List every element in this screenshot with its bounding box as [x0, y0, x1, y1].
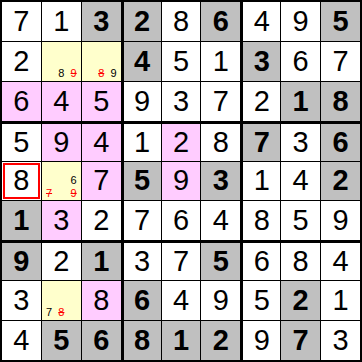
solved-digit: 7 — [93, 166, 109, 195]
cell-r6c9[interactable]: 9 — [321, 201, 360, 240]
solved-digit: 1 — [213, 47, 229, 76]
cell-r8c8[interactable]: 2 — [281, 281, 320, 320]
candidate-9: 9 — [107, 67, 119, 79]
candidate-8-eliminated: 8 — [95, 67, 107, 79]
solved-digit: 1 — [53, 7, 69, 36]
solved-digit: 9 — [254, 326, 270, 355]
cell-r8c4[interactable]: 6 — [122, 281, 161, 320]
cell-r1c6[interactable]: 6 — [201, 2, 240, 41]
cell-r7c1[interactable]: 9 — [2, 241, 41, 280]
cell-r5c3[interactable]: 7 — [82, 162, 121, 201]
cell-r6c2[interactable]: 3 — [42, 201, 81, 240]
given-digit: 7 — [254, 128, 270, 157]
solved-digit: 1 — [134, 128, 150, 157]
solved-digit: 9 — [53, 128, 69, 157]
given-digit: 2 — [332, 166, 348, 195]
cell-r4c3[interactable]: 4 — [82, 122, 121, 161]
cell-r8c2[interactable]: 78 — [42, 281, 81, 320]
cell-r1c9[interactable]: 5 — [321, 2, 360, 41]
cell-r2c4[interactable]: 4 — [122, 42, 161, 81]
solved-digit: 7 — [332, 47, 348, 76]
pencilmarks: 89 — [43, 43, 80, 80]
solved-digit: 1 — [254, 166, 270, 195]
cell-r4c2[interactable]: 9 — [42, 122, 81, 161]
cell-r2c3[interactable]: 89 — [82, 42, 121, 81]
cell-r3c4[interactable]: 9 — [122, 82, 161, 121]
cell-r2c1[interactable]: 2 — [2, 42, 41, 81]
given-digit: 6 — [93, 326, 109, 355]
cell-r8c5[interactable]: 4 — [162, 281, 201, 320]
cell-r1c1[interactable]: 7 — [2, 2, 41, 41]
cell-r6c6[interactable]: 4 — [201, 201, 240, 240]
solved-digit: 9 — [293, 7, 309, 36]
cell-r3c6[interactable]: 7 — [201, 82, 240, 121]
cell-r9c1[interactable]: 4 — [2, 321, 41, 360]
given-digit: 6 — [332, 128, 348, 157]
solved-digit: 8 — [254, 206, 270, 235]
solved-digit: 4 — [13, 326, 29, 355]
candidate-6: 6 — [67, 175, 79, 187]
solved-digit: 2 — [53, 247, 69, 276]
cell-r3c1[interactable]: 6 — [2, 82, 41, 121]
cell-r8c3[interactable]: 8 — [82, 281, 121, 320]
cell-r2c2[interactable]: 89 — [42, 42, 81, 81]
solved-digit: 3 — [13, 286, 29, 315]
cell-r2c8[interactable]: 6 — [281, 42, 320, 81]
cell-r5c7[interactable]: 1 — [241, 162, 280, 201]
cell-r6c8[interactable]: 5 — [281, 201, 320, 240]
given-digit: 1 — [93, 247, 109, 276]
solved-digit: 7 — [213, 87, 229, 116]
cell-r7c4[interactable]: 3 — [122, 241, 161, 280]
solved-digit: 6 — [293, 47, 309, 76]
cell-r7c8[interactable]: 8 — [281, 241, 320, 280]
cell-r3c8[interactable]: 1 — [281, 82, 320, 121]
solved-digit: 5 — [93, 87, 109, 116]
given-digit: 1 — [293, 87, 309, 116]
given-digit: 9 — [13, 247, 29, 276]
pencilmarks: 78 — [43, 282, 80, 319]
solved-digit: 7 — [13, 7, 29, 36]
cell-r9c9[interactable]: 3 — [321, 321, 360, 360]
cell-r1c2[interactable]: 1 — [42, 2, 81, 41]
given-digit: 8 — [332, 87, 348, 116]
sudoku-board: 7132864952898945136764593721859412873686… — [0, 0, 362, 362]
pencilmarks: 679 — [43, 163, 80, 200]
cell-r1c3[interactable]: 3 — [82, 2, 121, 41]
given-digit: 6 — [134, 286, 150, 315]
cell-r2c5[interactable]: 5 — [162, 42, 201, 81]
given-digit: 3 — [93, 7, 109, 36]
cell-r5c1[interactable]: 8 — [2, 162, 41, 201]
cell-r5c9[interactable]: 2 — [321, 162, 360, 201]
solved-digit: 3 — [134, 247, 150, 276]
cell-r4c8[interactable]: 3 — [281, 122, 320, 161]
given-digit: 5 — [213, 247, 229, 276]
cell-r3c5[interactable]: 3 — [162, 82, 201, 121]
cell-r6c4[interactable]: 7 — [122, 201, 161, 240]
cell-r4c1[interactable]: 5 — [2, 122, 41, 161]
solved-digit: 2 — [254, 87, 270, 116]
cell-r1c8[interactable]: 9 — [281, 2, 320, 41]
given-digit: 2 — [213, 326, 229, 355]
solved-digit: 2 — [173, 128, 189, 157]
cell-r8c1[interactable]: 3 — [2, 281, 41, 320]
cell-r4c9[interactable]: 6 — [321, 122, 360, 161]
cell-r9c8[interactable]: 7 — [281, 321, 320, 360]
cell-r4c4[interactable]: 1 — [122, 122, 161, 161]
cell-r3c9[interactable]: 8 — [321, 82, 360, 121]
solved-digit: 5 — [254, 286, 270, 315]
solved-digit: 5 — [293, 206, 309, 235]
candidate-7: 7 — [43, 307, 55, 319]
candidate-9-eliminated: 9 — [67, 187, 79, 199]
cell-r4c7[interactable]: 7 — [241, 122, 280, 161]
cell-r9c3[interactable]: 6 — [82, 321, 121, 360]
cell-r1c7[interactable]: 4 — [241, 2, 280, 41]
cell-r6c7[interactable]: 8 — [241, 201, 280, 240]
solved-digit: 9 — [173, 166, 189, 195]
cell-r6c5[interactable]: 6 — [162, 201, 201, 240]
given-digit: 5 — [53, 326, 69, 355]
candidate-8-eliminated: 8 — [55, 307, 67, 319]
cell-r7c6[interactable]: 5 — [201, 241, 240, 280]
solved-digit: 7 — [173, 247, 189, 276]
candidate-7-eliminated: 7 — [43, 187, 55, 199]
given-digit: 4 — [134, 47, 150, 76]
given-digit: 1 — [173, 326, 189, 355]
given-digit: 5 — [332, 7, 348, 36]
cell-r2c9[interactable]: 7 — [321, 42, 360, 81]
given-digit: 6 — [213, 7, 229, 36]
cell-r5c4[interactable]: 5 — [122, 162, 161, 201]
given-digit: 3 — [213, 166, 229, 195]
cell-r7c7[interactable]: 6 — [241, 241, 280, 280]
solved-digit: 8 — [293, 247, 309, 276]
solved-digit: 3 — [293, 128, 309, 157]
cell-r6c3[interactable]: 2 — [82, 201, 121, 240]
cell-r7c9[interactable]: 4 — [321, 241, 360, 280]
cell-r1c5[interactable]: 8 — [162, 2, 201, 41]
solved-digit: 4 — [213, 206, 229, 235]
cell-r2c6[interactable]: 1 — [201, 42, 240, 81]
cell-r4c5[interactable]: 2 — [162, 122, 201, 161]
solved-digit: 1 — [332, 286, 348, 315]
cell-r2c7[interactable]: 3 — [241, 42, 280, 81]
cell-r6c1[interactable]: 1 — [2, 201, 41, 240]
solved-digit: 3 — [53, 206, 69, 235]
solved-digit: 4 — [53, 87, 69, 116]
solved-digit: 4 — [332, 247, 348, 276]
cell-r4c6[interactable]: 8 — [201, 122, 240, 161]
given-digit: 8 — [134, 326, 150, 355]
cell-r9c7[interactable]: 9 — [241, 321, 280, 360]
given-digit: 7 — [293, 326, 309, 355]
solved-digit: 3 — [332, 326, 348, 355]
cell-r8c7[interactable]: 5 — [241, 281, 280, 320]
solved-digit: 4 — [173, 286, 189, 315]
solved-digit: 5 — [173, 47, 189, 76]
cell-r9c6[interactable]: 2 — [201, 321, 240, 360]
given-digit: 1 — [13, 206, 29, 235]
solved-digit: 2 — [13, 47, 29, 76]
cell-r5c6[interactable]: 3 — [201, 162, 240, 201]
solved-digit: 6 — [173, 206, 189, 235]
solved-digit: 6 — [254, 247, 270, 276]
given-digit: 5 — [134, 166, 150, 195]
solved-digit: 8 — [173, 7, 189, 36]
cell-r7c2[interactable]: 2 — [42, 241, 81, 280]
cell-r3c2[interactable]: 4 — [42, 82, 81, 121]
solved-digit: 4 — [93, 128, 109, 157]
cell-r7c3[interactable]: 1 — [82, 241, 121, 280]
solved-digit: 9 — [332, 206, 348, 235]
solved-digit: 8 — [213, 128, 229, 157]
cell-r1c4[interactable]: 2 — [122, 2, 161, 41]
solved-digit: 2 — [93, 206, 109, 235]
cell-r8c6[interactable]: 9 — [201, 281, 240, 320]
solved-digit: 8 — [13, 166, 29, 195]
solved-digit: 5 — [13, 128, 29, 157]
cell-r8c9[interactable]: 1 — [321, 281, 360, 320]
cell-r3c7[interactable]: 2 — [241, 82, 280, 121]
pencilmarks: 89 — [83, 43, 120, 80]
candidate-9-eliminated: 9 — [67, 67, 79, 79]
solved-digit: 4 — [254, 7, 270, 36]
cell-r5c5[interactable]: 9 — [162, 162, 201, 201]
cell-r9c4[interactable]: 8 — [122, 321, 161, 360]
solved-digit: 6 — [13, 87, 29, 116]
cell-r9c2[interactable]: 5 — [42, 321, 81, 360]
solved-digit: 3 — [173, 87, 189, 116]
cell-r5c2[interactable]: 679 — [42, 162, 81, 201]
cell-r9c5[interactable]: 1 — [162, 321, 201, 360]
solved-digit: 4 — [293, 166, 309, 195]
solved-digit: 9 — [134, 87, 150, 116]
given-digit: 3 — [254, 47, 270, 76]
candidate-8: 8 — [55, 67, 67, 79]
solved-digit: 8 — [93, 286, 109, 315]
cell-r7c5[interactable]: 7 — [162, 241, 201, 280]
solved-digit: 7 — [134, 206, 150, 235]
solved-digit: 9 — [213, 286, 229, 315]
cell-r3c3[interactable]: 5 — [82, 82, 121, 121]
cell-r5c8[interactable]: 4 — [281, 162, 320, 201]
given-digit: 2 — [134, 7, 150, 36]
given-digit: 2 — [293, 286, 309, 315]
